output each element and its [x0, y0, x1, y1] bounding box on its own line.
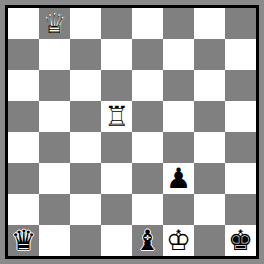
square-e6[interactable]	[132, 70, 163, 101]
square-f1[interactable]: ♚♔	[163, 225, 194, 256]
square-b8[interactable]: ♛♕	[39, 8, 70, 39]
square-e8[interactable]	[132, 8, 163, 39]
square-g5[interactable]	[194, 101, 225, 132]
square-g4[interactable]	[194, 132, 225, 163]
square-d4[interactable]	[101, 132, 132, 163]
square-b1[interactable]	[39, 225, 70, 256]
square-b3[interactable]	[39, 163, 70, 194]
square-b4[interactable]	[39, 132, 70, 163]
square-f6[interactable]	[163, 70, 194, 101]
square-e3[interactable]	[132, 163, 163, 194]
square-b2[interactable]	[39, 194, 70, 225]
square-a4[interactable]	[8, 132, 39, 163]
square-g8[interactable]	[194, 8, 225, 39]
square-c4[interactable]	[70, 132, 101, 163]
square-b7[interactable]	[39, 39, 70, 70]
piece-black-pawn-icon[interactable]: ♟	[163, 163, 194, 194]
square-e1[interactable]: ♝	[132, 225, 163, 256]
square-a6[interactable]	[8, 70, 39, 101]
square-a3[interactable]	[8, 163, 39, 194]
square-h7[interactable]	[225, 39, 256, 70]
square-f2[interactable]	[163, 194, 194, 225]
screenshot-root: ♛♕♜♖♟♛♝♚♔♚	[0, 0, 264, 264]
square-e4[interactable]	[132, 132, 163, 163]
square-a5[interactable]	[8, 101, 39, 132]
piece-white-queen-icon[interactable]: ♕	[39, 8, 70, 39]
square-d3[interactable]	[101, 163, 132, 194]
square-g7[interactable]	[194, 39, 225, 70]
square-d8[interactable]	[101, 8, 132, 39]
square-b5[interactable]	[39, 101, 70, 132]
square-d2[interactable]	[101, 194, 132, 225]
square-c6[interactable]	[70, 70, 101, 101]
piece-black-bishop-icon[interactable]: ♝	[132, 225, 163, 256]
piece-black-queen-icon[interactable]: ♛	[8, 225, 39, 256]
square-h2[interactable]	[225, 194, 256, 225]
square-h1[interactable]: ♚	[225, 225, 256, 256]
square-f5[interactable]	[163, 101, 194, 132]
square-h5[interactable]	[225, 101, 256, 132]
chess-board: ♛♕♜♖♟♛♝♚♔♚	[8, 8, 256, 256]
square-b6[interactable]	[39, 70, 70, 101]
square-a1[interactable]: ♛	[8, 225, 39, 256]
square-c2[interactable]	[70, 194, 101, 225]
board-frame: ♛♕♜♖♟♛♝♚♔♚	[5, 5, 259, 259]
square-g1[interactable]	[194, 225, 225, 256]
square-c3[interactable]	[70, 163, 101, 194]
piece-black-king-icon[interactable]: ♚	[225, 225, 256, 256]
square-d7[interactable]	[101, 39, 132, 70]
square-f8[interactable]	[163, 8, 194, 39]
square-c7[interactable]	[70, 39, 101, 70]
square-f4[interactable]	[163, 132, 194, 163]
square-c8[interactable]	[70, 8, 101, 39]
square-a7[interactable]	[8, 39, 39, 70]
square-c5[interactable]	[70, 101, 101, 132]
piece-white-king-icon[interactable]: ♔	[163, 225, 194, 256]
square-f3[interactable]: ♟	[163, 163, 194, 194]
square-e7[interactable]	[132, 39, 163, 70]
square-h8[interactable]	[225, 8, 256, 39]
square-h3[interactable]	[225, 163, 256, 194]
square-f7[interactable]	[163, 39, 194, 70]
square-a2[interactable]	[8, 194, 39, 225]
square-g3[interactable]	[194, 163, 225, 194]
square-c1[interactable]	[70, 225, 101, 256]
square-d5[interactable]: ♜♖	[101, 101, 132, 132]
square-a8[interactable]	[8, 8, 39, 39]
square-e2[interactable]	[132, 194, 163, 225]
square-d1[interactable]	[101, 225, 132, 256]
square-d6[interactable]	[101, 70, 132, 101]
square-e5[interactable]	[132, 101, 163, 132]
square-h6[interactable]	[225, 70, 256, 101]
square-h4[interactable]	[225, 132, 256, 163]
piece-white-rook-icon[interactable]: ♖	[101, 101, 132, 132]
square-g2[interactable]	[194, 194, 225, 225]
square-g6[interactable]	[194, 70, 225, 101]
